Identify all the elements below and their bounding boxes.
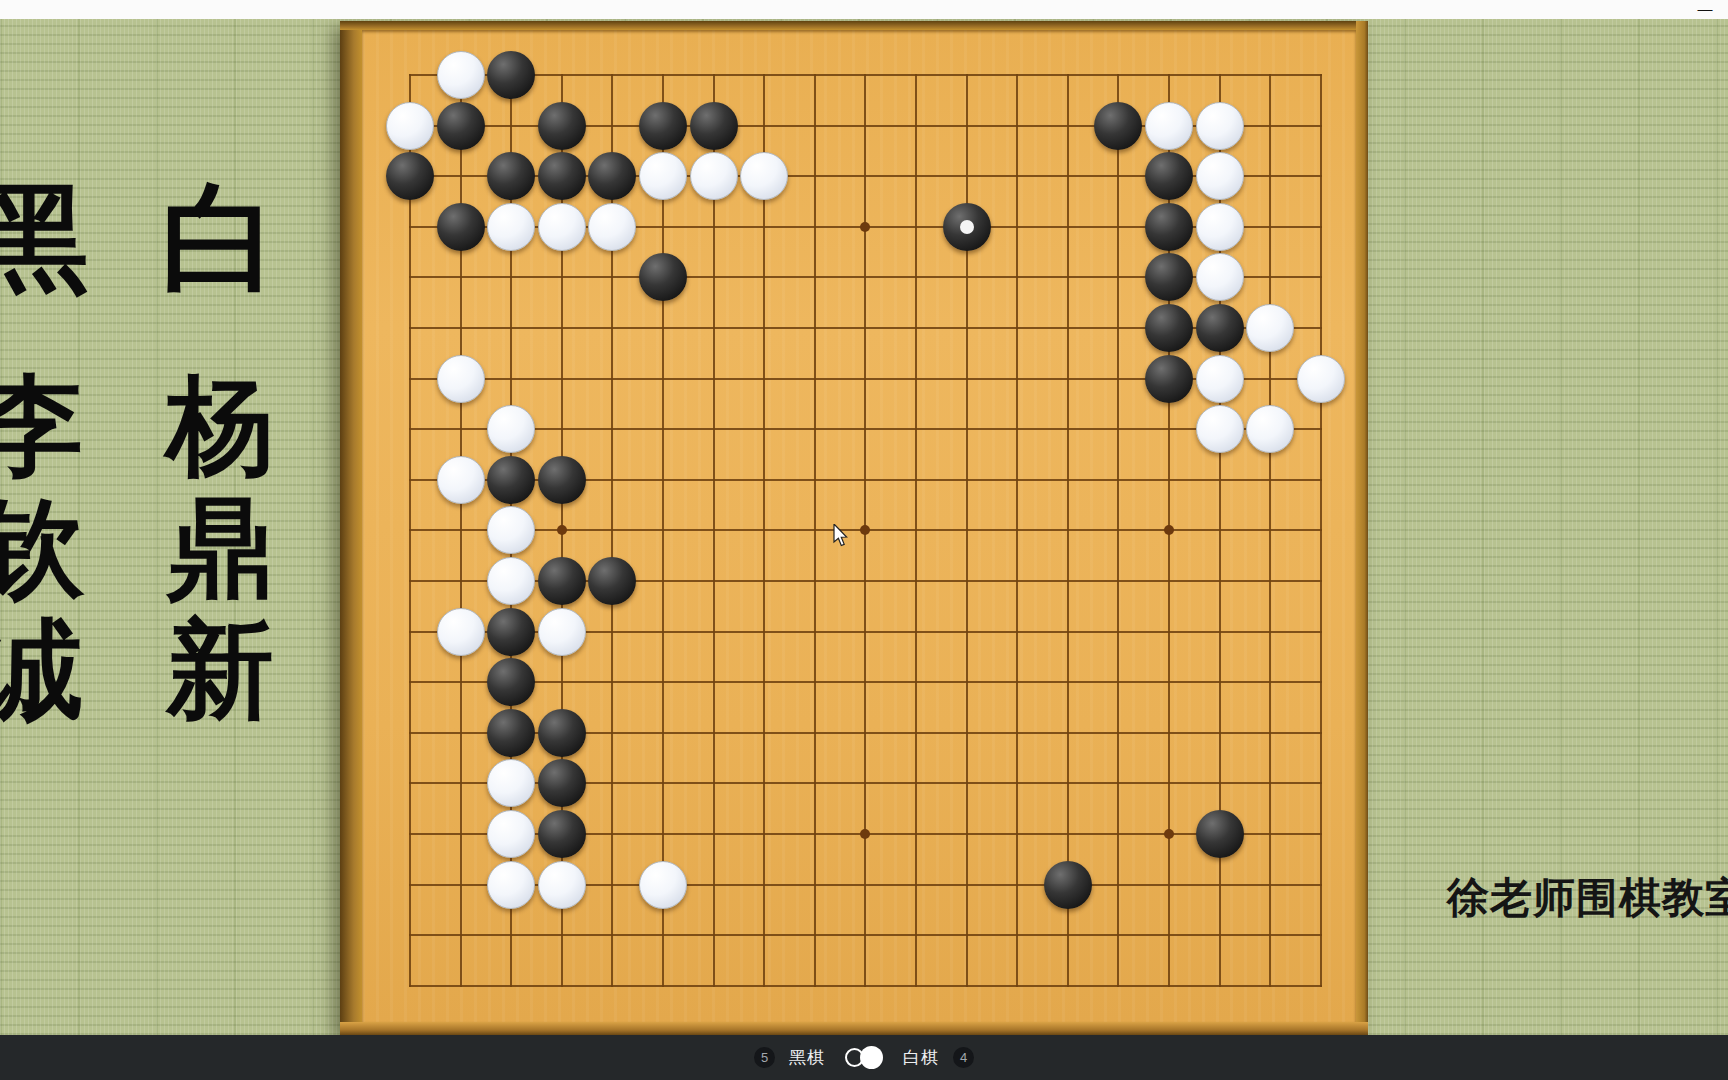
black-stone xyxy=(487,152,535,200)
bottom-bar: 5 黑棋 白棋 4 xyxy=(0,1035,1728,1080)
white-stone xyxy=(1145,102,1193,150)
white-stone xyxy=(740,152,788,200)
white-stone xyxy=(1297,355,1345,403)
white-stone xyxy=(437,355,485,403)
black-side-label: 黑棋 xyxy=(789,1046,825,1069)
white-stone xyxy=(639,152,687,200)
black-stone xyxy=(639,253,687,301)
grid-line-vertical xyxy=(915,74,917,987)
grid-line-vertical xyxy=(1067,74,1069,987)
black-player-label: 黑 xyxy=(0,179,89,297)
black-stone xyxy=(588,557,636,605)
white-stone xyxy=(538,203,586,251)
black-stone xyxy=(1196,810,1244,858)
black-stone xyxy=(538,102,586,150)
star-point xyxy=(1164,525,1174,535)
black-stone xyxy=(1044,861,1092,909)
minimize-icon[interactable]: — xyxy=(1696,2,1714,18)
toggle-white-stone-icon xyxy=(860,1046,883,1069)
white-count-badge: 4 xyxy=(953,1047,974,1068)
star-point xyxy=(1164,829,1174,839)
white-stone xyxy=(1196,102,1244,150)
white-stone xyxy=(690,152,738,200)
mouse-cursor-icon xyxy=(833,524,849,552)
white-stone xyxy=(1246,405,1294,453)
board-top-edge xyxy=(340,21,1368,30)
white-stone xyxy=(487,506,535,554)
black-stone xyxy=(1145,152,1193,200)
black-stone xyxy=(538,810,586,858)
black-stone xyxy=(1145,304,1193,352)
white-stone xyxy=(437,456,485,504)
white-stone xyxy=(1196,405,1244,453)
black-stone xyxy=(538,557,586,605)
black-stone xyxy=(1145,203,1193,251)
white-stone xyxy=(437,51,485,99)
white-stone xyxy=(639,861,687,909)
grid-line-horizontal xyxy=(409,985,1322,987)
window-titlebar: — xyxy=(0,0,1728,19)
grid-line-vertical xyxy=(1016,74,1018,987)
white-stone xyxy=(538,861,586,909)
white-stone xyxy=(386,102,434,150)
grid-line-horizontal xyxy=(409,681,1322,683)
black-white-toggle[interactable] xyxy=(845,1046,883,1070)
board-surface[interactable] xyxy=(362,30,1356,1022)
black-player-name: 李钦诚 xyxy=(0,365,89,731)
black-stone xyxy=(487,456,535,504)
black-stone xyxy=(487,658,535,706)
star-point xyxy=(860,829,870,839)
white-stone xyxy=(1196,203,1244,251)
black-stone xyxy=(538,709,586,757)
side-toggle-group: 5 黑棋 白棋 4 xyxy=(754,1035,974,1080)
tatami-background: 黑 李钦诚 白 杨鼎新 徐老师围棋教室 xyxy=(0,19,1728,1035)
grid-line-vertical xyxy=(1117,74,1119,987)
black-player-column: 黑 李钦诚 xyxy=(0,179,89,731)
white-stone xyxy=(487,861,535,909)
black-stone xyxy=(1196,304,1244,352)
black-stone xyxy=(437,102,485,150)
white-stone xyxy=(1246,304,1294,352)
black-stone xyxy=(1145,253,1193,301)
white-player-column: 白 杨鼎新 xyxy=(161,179,279,731)
black-count-badge: 5 xyxy=(754,1047,775,1068)
white-stone xyxy=(437,608,485,656)
white-stone xyxy=(1196,253,1244,301)
white-stone xyxy=(487,759,535,807)
white-player-label: 白 xyxy=(161,179,279,297)
black-stone xyxy=(538,759,586,807)
white-stone xyxy=(1196,152,1244,200)
board-bottom-edge xyxy=(340,1022,1368,1035)
board-right-edge xyxy=(1356,21,1368,1022)
black-stone xyxy=(538,456,586,504)
grid-line-horizontal xyxy=(409,934,1322,936)
black-stone xyxy=(943,203,991,251)
white-stone xyxy=(1196,355,1244,403)
white-stone xyxy=(487,203,535,251)
black-stone xyxy=(487,608,535,656)
white-stone xyxy=(538,608,586,656)
black-stone xyxy=(386,152,434,200)
black-stone xyxy=(437,203,485,251)
white-stone xyxy=(487,557,535,605)
last-move-marker xyxy=(960,220,974,234)
grid-line-vertical xyxy=(1320,74,1322,987)
black-stone xyxy=(487,709,535,757)
black-stone xyxy=(487,51,535,99)
white-side-label: 白棋 xyxy=(903,1046,939,1069)
grid-line-vertical xyxy=(1269,74,1271,987)
black-stone xyxy=(1094,102,1142,150)
black-stone xyxy=(1145,355,1193,403)
star-point xyxy=(557,525,567,535)
black-stone xyxy=(538,152,586,200)
black-stone xyxy=(588,152,636,200)
go-board xyxy=(340,21,1368,1035)
star-point xyxy=(860,222,870,232)
black-stone xyxy=(690,102,738,150)
white-stone xyxy=(487,405,535,453)
watermark-text: 徐老师围棋教室 xyxy=(1447,870,1728,926)
star-point xyxy=(860,525,870,535)
white-stone xyxy=(588,203,636,251)
white-player-name: 杨鼎新 xyxy=(161,365,279,731)
black-stone xyxy=(639,102,687,150)
white-stone xyxy=(487,810,535,858)
